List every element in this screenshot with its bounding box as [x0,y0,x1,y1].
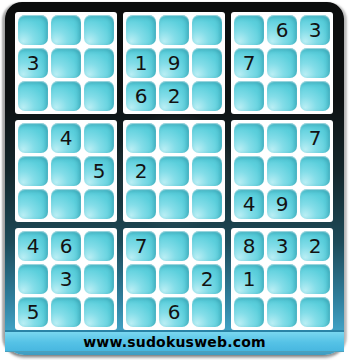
cell-r8c5[interactable] [159,264,189,294]
cell-r7c7[interactable]: 8 [234,231,264,261]
cell-r5c1[interactable] [18,156,48,186]
cell-r6c9[interactable] [300,189,330,219]
cell-r2c2[interactable] [51,48,81,78]
box-1: 3 [15,12,117,114]
cell-r5c5[interactable] [159,156,189,186]
cell-r3c1[interactable] [18,81,48,111]
box-7: 4635 [15,228,117,330]
cell-r6c1[interactable] [18,189,48,219]
cell-r6c8[interactable]: 9 [267,189,297,219]
footer-bar: www.sudokusweb.com [5,330,344,352]
cell-r2c5[interactable]: 9 [159,48,189,78]
cell-r1c1[interactable] [18,15,48,45]
box-5: 2 [123,120,225,222]
cell-r7c1[interactable]: 4 [18,231,48,261]
cell-r5c7[interactable] [234,156,264,186]
cell-r9c4[interactable] [126,297,156,327]
cell-r1c9[interactable]: 3 [300,15,330,45]
cell-r7c4[interactable]: 7 [126,231,156,261]
cell-r2c8[interactable] [267,48,297,78]
cell-r6c7[interactable]: 4 [234,189,264,219]
cell-r3c7[interactable] [234,81,264,111]
cell-r6c6[interactable] [192,189,222,219]
cell-r1c8[interactable]: 6 [267,15,297,45]
cell-r3c2[interactable] [51,81,81,111]
cell-r9c6[interactable] [192,297,222,327]
cell-r5c2[interactable] [51,156,81,186]
cell-r2c9[interactable] [300,48,330,78]
cell-r7c2[interactable]: 6 [51,231,81,261]
cell-r3c8[interactable] [267,81,297,111]
cell-r3c6[interactable] [192,81,222,111]
cell-r4c4[interactable] [126,123,156,153]
cell-r8c9[interactable] [300,264,330,294]
cell-r8c8[interactable] [267,264,297,294]
cell-r5c3[interactable]: 5 [84,156,114,186]
cell-r3c4[interactable]: 6 [126,81,156,111]
cell-r1c7[interactable] [234,15,264,45]
cell-r2c1[interactable]: 3 [18,48,48,78]
cell-r7c6[interactable] [192,231,222,261]
cell-r1c4[interactable] [126,15,156,45]
cell-r6c5[interactable] [159,189,189,219]
cell-r9c9[interactable] [300,297,330,327]
cell-r9c2[interactable] [51,297,81,327]
cell-r8c1[interactable] [18,264,48,294]
cell-r7c9[interactable]: 2 [300,231,330,261]
cell-r7c5[interactable] [159,231,189,261]
cell-r6c4[interactable] [126,189,156,219]
cell-r5c4[interactable]: 2 [126,156,156,186]
cell-r8c4[interactable] [126,264,156,294]
cell-r4c9[interactable]: 7 [300,123,330,153]
cell-r8c2[interactable]: 3 [51,264,81,294]
cell-r4c3[interactable] [84,123,114,153]
cell-r4c5[interactable] [159,123,189,153]
cell-r8c3[interactable] [84,264,114,294]
cell-r1c5[interactable] [159,15,189,45]
cell-r6c2[interactable] [51,189,81,219]
cell-r5c9[interactable] [300,156,330,186]
cell-r7c8[interactable]: 3 [267,231,297,261]
cell-r4c6[interactable] [192,123,222,153]
box-8: 726 [123,228,225,330]
cell-r3c9[interactable] [300,81,330,111]
cell-r6c3[interactable] [84,189,114,219]
cell-r4c2[interactable]: 4 [51,123,81,153]
cell-r9c7[interactable] [234,297,264,327]
cell-r1c6[interactable] [192,15,222,45]
sudoku-grid: 3196263745274946357268321 [15,12,333,330]
cell-r4c7[interactable] [234,123,264,153]
cell-r8c6[interactable]: 2 [192,264,222,294]
cell-r5c6[interactable] [192,156,222,186]
cell-r1c2[interactable] [51,15,81,45]
box-4: 45 [15,120,117,222]
footer-url: www.sudokusweb.com [83,334,266,350]
box-6: 749 [231,120,333,222]
cell-r1c3[interactable] [84,15,114,45]
box-2: 1962 [123,12,225,114]
box-3: 637 [231,12,333,114]
sudoku-page: 3196263745274946357268321 www.sudokusweb… [0,0,350,360]
cell-r7c3[interactable] [84,231,114,261]
cell-r9c3[interactable] [84,297,114,327]
cell-r3c5[interactable]: 2 [159,81,189,111]
cell-r5c8[interactable] [267,156,297,186]
cell-r3c3[interactable] [84,81,114,111]
sudoku-board: 3196263745274946357268321 www.sudokusweb… [5,2,344,355]
cell-r9c8[interactable] [267,297,297,327]
cell-r4c8[interactable] [267,123,297,153]
cell-r2c3[interactable] [84,48,114,78]
cell-r9c5[interactable]: 6 [159,297,189,327]
cell-r2c7[interactable]: 7 [234,48,264,78]
cell-r2c4[interactable]: 1 [126,48,156,78]
cell-r9c1[interactable]: 5 [18,297,48,327]
cell-r2c6[interactable] [192,48,222,78]
cell-r4c1[interactable] [18,123,48,153]
cell-r8c7[interactable]: 1 [234,264,264,294]
box-9: 8321 [231,228,333,330]
